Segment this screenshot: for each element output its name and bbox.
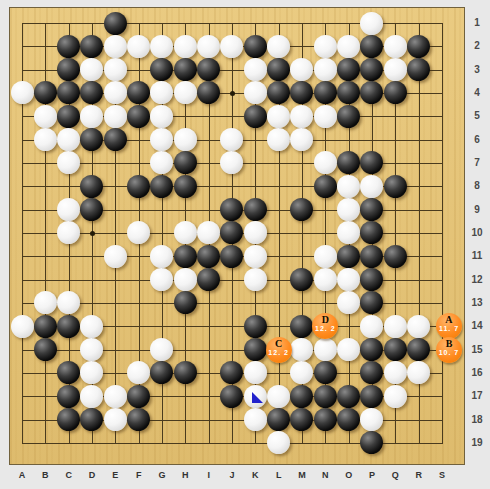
column-label-m: M — [296, 470, 308, 480]
black-stone — [34, 81, 57, 104]
column-label-k: K — [249, 470, 261, 480]
black-stone — [384, 245, 407, 268]
black-stone — [244, 315, 267, 338]
black-stone — [407, 338, 430, 361]
white-stone — [244, 81, 267, 104]
black-stone — [104, 128, 127, 151]
suggestion-score: 10. 7 — [436, 349, 462, 357]
black-stone — [360, 385, 383, 408]
white-stone — [150, 35, 173, 58]
suggestion-label: A — [436, 314, 462, 325]
star-point — [230, 91, 235, 96]
column-label-p: P — [366, 470, 378, 480]
black-stone — [220, 221, 243, 244]
black-stone — [80, 408, 103, 431]
white-stone — [104, 81, 127, 104]
suggestion-marker-d[interactable]: D12. 2 — [312, 313, 338, 339]
white-stone — [267, 105, 290, 128]
black-stone — [197, 81, 220, 104]
black-stone — [244, 198, 267, 221]
white-stone — [244, 245, 267, 268]
black-stone — [150, 361, 173, 384]
white-stone — [220, 35, 243, 58]
black-stone — [174, 291, 197, 314]
white-stone — [34, 291, 57, 314]
white-stone — [174, 268, 197, 291]
black-stone — [174, 58, 197, 81]
white-stone — [11, 81, 34, 104]
row-label-15: 15 — [467, 344, 487, 355]
white-stone — [80, 105, 103, 128]
row-label-8: 8 — [467, 180, 487, 191]
white-stone — [384, 58, 407, 81]
white-stone — [244, 58, 267, 81]
white-stone — [337, 338, 360, 361]
black-stone — [174, 151, 197, 174]
white-stone — [80, 58, 103, 81]
black-stone — [290, 81, 313, 104]
black-stone — [384, 338, 407, 361]
white-stone — [150, 338, 173, 361]
column-label-j: J — [226, 470, 238, 480]
black-stone — [80, 128, 103, 151]
column-label-a: A — [16, 470, 28, 480]
white-stone — [360, 315, 383, 338]
black-stone — [337, 151, 360, 174]
white-stone — [57, 128, 80, 151]
black-stone — [360, 338, 383, 361]
white-stone — [80, 338, 103, 361]
black-stone — [407, 58, 430, 81]
white-stone — [150, 268, 173, 291]
white-stone — [290, 58, 313, 81]
black-stone — [127, 81, 150, 104]
white-stone — [104, 408, 127, 431]
white-stone — [267, 128, 290, 151]
white-stone — [174, 128, 197, 151]
black-stone — [314, 361, 337, 384]
column-label-b: B — [39, 470, 51, 480]
column-label-d: D — [86, 470, 98, 480]
black-stone — [80, 35, 103, 58]
black-stone — [80, 198, 103, 221]
black-stone — [360, 361, 383, 384]
suggestion-label: C — [266, 338, 292, 349]
white-stone — [57, 221, 80, 244]
row-label-14: 14 — [467, 320, 487, 331]
black-stone — [150, 58, 173, 81]
black-stone — [337, 105, 360, 128]
white-stone — [337, 198, 360, 221]
white-stone — [314, 268, 337, 291]
black-stone — [244, 338, 267, 361]
black-stone — [360, 35, 383, 58]
black-stone — [220, 385, 243, 408]
column-label-c: C — [63, 470, 75, 480]
white-stone — [174, 221, 197, 244]
row-label-6: 6 — [467, 134, 487, 145]
white-stone — [57, 151, 80, 174]
suggestion-label: B — [436, 338, 462, 349]
white-stone — [267, 35, 290, 58]
white-stone — [267, 385, 290, 408]
white-stone — [407, 315, 430, 338]
suggestion-score: 12. 2 — [312, 325, 338, 333]
suggestion-label: D — [312, 314, 338, 325]
row-label-4: 4 — [467, 87, 487, 98]
white-stone — [384, 361, 407, 384]
white-stone — [197, 35, 220, 58]
black-stone — [290, 408, 313, 431]
black-stone — [337, 58, 360, 81]
white-stone — [360, 175, 383, 198]
white-stone — [290, 105, 313, 128]
white-stone — [174, 35, 197, 58]
white-stone — [220, 151, 243, 174]
column-label-q: Q — [389, 470, 401, 480]
suggestion-marker-c[interactable]: C12. 2 — [266, 337, 292, 363]
white-stone — [150, 245, 173, 268]
white-stone — [104, 105, 127, 128]
black-stone — [407, 35, 430, 58]
black-stone — [57, 105, 80, 128]
black-stone — [57, 315, 80, 338]
suggestion-score: 11. 7 — [436, 325, 462, 333]
go-board[interactable]: A11. 7B10. 7C12. 2D12. 2 — [9, 7, 465, 465]
black-stone — [197, 245, 220, 268]
black-stone — [360, 291, 383, 314]
white-stone — [290, 361, 313, 384]
white-stone — [360, 408, 383, 431]
column-label-o: O — [343, 470, 355, 480]
white-stone — [11, 315, 34, 338]
white-stone — [314, 338, 337, 361]
row-label-19: 19 — [467, 437, 487, 448]
white-stone — [150, 105, 173, 128]
white-stone — [244, 221, 267, 244]
black-stone — [57, 58, 80, 81]
black-stone — [337, 81, 360, 104]
black-stone — [57, 35, 80, 58]
black-stone — [34, 338, 57, 361]
black-stone — [104, 12, 127, 35]
white-stone — [337, 221, 360, 244]
white-stone — [337, 175, 360, 198]
white-stone — [150, 151, 173, 174]
black-stone — [360, 151, 383, 174]
black-stone — [127, 105, 150, 128]
white-stone — [337, 35, 360, 58]
black-stone — [127, 408, 150, 431]
black-stone — [244, 35, 267, 58]
suggestion-marker-a[interactable]: A11. 7 — [436, 313, 462, 339]
black-stone — [174, 361, 197, 384]
white-stone — [80, 385, 103, 408]
black-stone — [360, 245, 383, 268]
white-stone — [197, 221, 220, 244]
black-stone — [174, 175, 197, 198]
column-label-n: N — [319, 470, 331, 480]
go-app-screen: A11. 7B10. 7C12. 2D12. 2 ABCDEFGHIJKLMNO… — [0, 0, 490, 489]
white-stone — [57, 291, 80, 314]
black-stone — [337, 408, 360, 431]
black-stone — [314, 385, 337, 408]
row-label-12: 12 — [467, 274, 487, 285]
white-stone — [290, 338, 313, 361]
white-stone — [174, 81, 197, 104]
black-stone — [314, 408, 337, 431]
star-point — [90, 231, 95, 236]
black-stone — [57, 385, 80, 408]
black-stone — [220, 198, 243, 221]
black-stone — [34, 315, 57, 338]
white-stone — [244, 268, 267, 291]
black-stone — [80, 81, 103, 104]
white-stone — [80, 315, 103, 338]
column-label-g: G — [156, 470, 168, 480]
black-stone — [290, 198, 313, 221]
black-stone — [220, 245, 243, 268]
white-stone — [104, 245, 127, 268]
white-stone — [384, 385, 407, 408]
black-stone — [337, 385, 360, 408]
white-stone — [337, 268, 360, 291]
column-label-s: S — [436, 470, 448, 480]
white-stone — [290, 128, 313, 151]
white-stone — [337, 291, 360, 314]
row-label-3: 3 — [467, 64, 487, 75]
black-stone — [57, 361, 80, 384]
white-stone — [57, 198, 80, 221]
black-stone — [360, 198, 383, 221]
row-label-5: 5 — [467, 110, 487, 121]
black-stone — [290, 268, 313, 291]
white-stone — [267, 431, 290, 454]
black-stone — [267, 58, 290, 81]
white-stone — [314, 35, 337, 58]
white-stone — [104, 385, 127, 408]
column-label-f: F — [133, 470, 145, 480]
white-stone — [314, 245, 337, 268]
white-stone — [314, 105, 337, 128]
black-stone — [290, 385, 313, 408]
row-label-10: 10 — [467, 227, 487, 238]
black-stone — [267, 408, 290, 431]
black-stone — [57, 408, 80, 431]
row-label-17: 17 — [467, 390, 487, 401]
black-stone — [244, 105, 267, 128]
white-stone — [244, 361, 267, 384]
white-stone — [150, 81, 173, 104]
white-stone — [314, 151, 337, 174]
black-stone — [150, 175, 173, 198]
column-label-e: E — [109, 470, 121, 480]
row-label-1: 1 — [467, 17, 487, 28]
black-stone — [127, 385, 150, 408]
white-stone — [384, 315, 407, 338]
black-stone — [360, 268, 383, 291]
black-stone — [384, 175, 407, 198]
white-stone — [384, 35, 407, 58]
white-stone — [127, 35, 150, 58]
row-label-7: 7 — [467, 157, 487, 168]
row-label-13: 13 — [467, 297, 487, 308]
black-stone — [314, 81, 337, 104]
black-stone — [127, 175, 150, 198]
grid-line-vertical — [442, 23, 443, 444]
white-stone — [127, 361, 150, 384]
column-label-l: L — [273, 470, 285, 480]
column-label-h: H — [179, 470, 191, 480]
black-stone — [267, 81, 290, 104]
row-label-2: 2 — [467, 40, 487, 51]
white-stone — [407, 361, 430, 384]
row-label-9: 9 — [467, 204, 487, 215]
black-stone — [220, 361, 243, 384]
black-stone — [384, 81, 407, 104]
row-label-11: 11 — [467, 250, 487, 261]
white-stone — [34, 128, 57, 151]
column-label-r: R — [413, 470, 425, 480]
black-stone — [337, 245, 360, 268]
black-stone — [360, 431, 383, 454]
white-stone — [244, 408, 267, 431]
white-stone — [220, 128, 243, 151]
black-stone — [197, 58, 220, 81]
black-stone — [57, 81, 80, 104]
row-label-16: 16 — [467, 367, 487, 378]
white-stone — [80, 361, 103, 384]
white-stone — [150, 128, 173, 151]
white-stone — [127, 221, 150, 244]
black-stone — [290, 315, 313, 338]
column-label-i: I — [203, 470, 215, 480]
white-stone — [34, 105, 57, 128]
suggestion-marker-b[interactable]: B10. 7 — [436, 337, 462, 363]
black-stone — [360, 58, 383, 81]
row-label-18: 18 — [467, 414, 487, 425]
triangle-marker-icon — [252, 392, 263, 403]
white-stone — [104, 35, 127, 58]
black-stone — [314, 175, 337, 198]
black-stone — [174, 245, 197, 268]
suggestion-score: 12. 2 — [266, 349, 292, 357]
white-stone — [314, 58, 337, 81]
black-stone — [197, 268, 220, 291]
black-stone — [360, 221, 383, 244]
white-stone — [104, 58, 127, 81]
black-stone — [80, 175, 103, 198]
white-stone — [360, 12, 383, 35]
black-stone — [360, 81, 383, 104]
